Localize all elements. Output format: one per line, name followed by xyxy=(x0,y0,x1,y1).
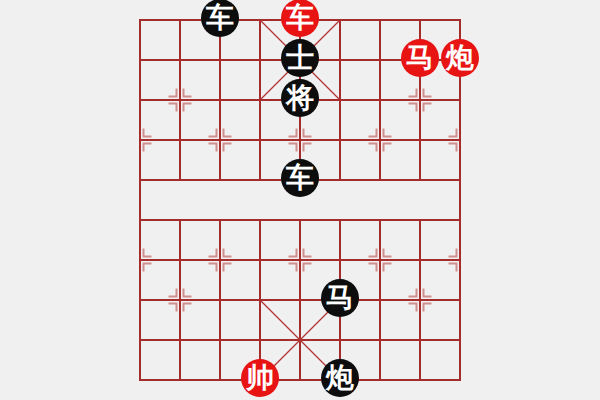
piece-red-general[interactable]: 帅 xyxy=(241,359,279,397)
xiangqi-app: 车车士马炮将车马帅炮 xyxy=(0,0,600,400)
piece-black-cannon[interactable]: 炮 xyxy=(321,359,359,397)
pieces-layer: 车车士马炮将车马帅炮 xyxy=(140,20,460,380)
piece-red-chariot[interactable]: 车 xyxy=(281,0,319,37)
piece-red-cannon[interactable]: 炮 xyxy=(441,39,479,77)
piece-black-chariot-b[interactable]: 车 xyxy=(281,159,319,197)
piece-black-general[interactable]: 将 xyxy=(281,79,319,117)
piece-black-advisor[interactable]: 士 xyxy=(281,39,319,77)
xiangqi-board[interactable]: 车车士马炮将车马帅炮 xyxy=(140,20,460,380)
piece-black-horse[interactable]: 马 xyxy=(321,279,359,317)
piece-black-chariot-a[interactable]: 车 xyxy=(201,0,239,37)
piece-red-horse[interactable]: 马 xyxy=(401,39,439,77)
